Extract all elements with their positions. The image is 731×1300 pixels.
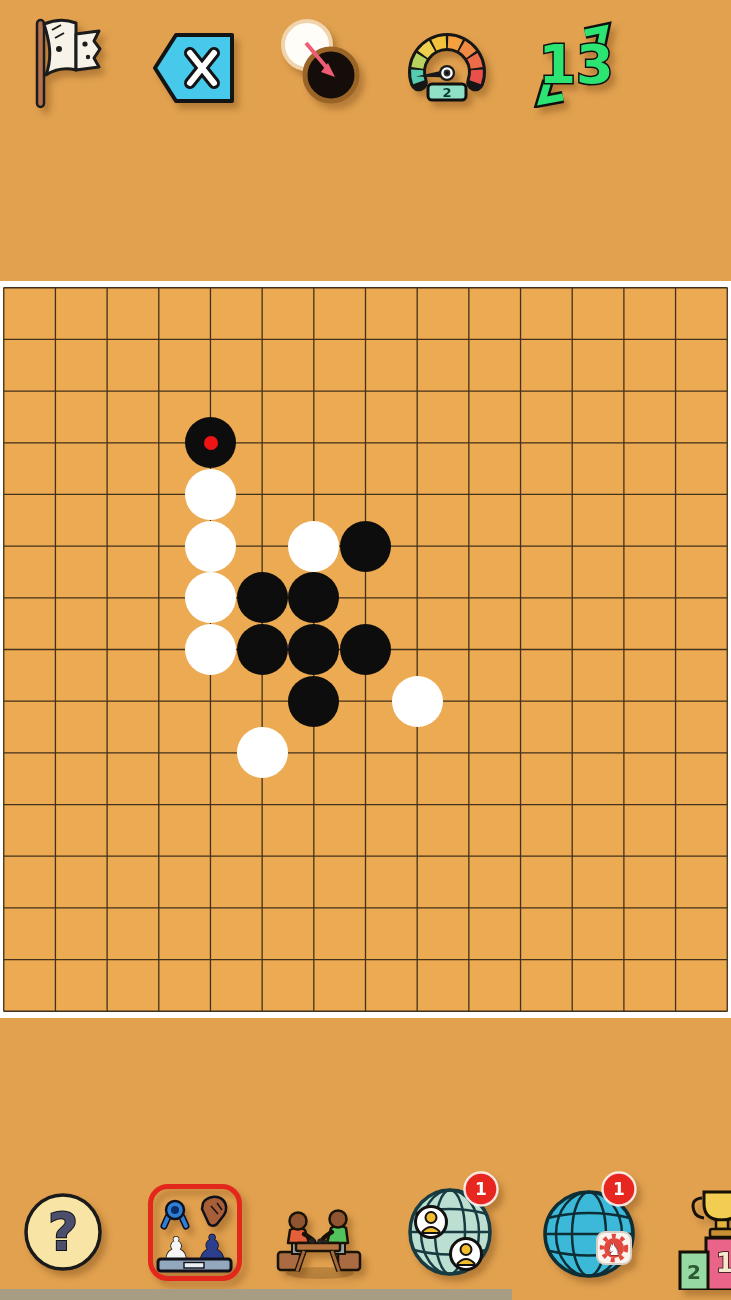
gomoku-app: 2 13 ? ♟ ♟ bbox=[0, 0, 731, 1300]
white-stone bbox=[237, 727, 288, 778]
switch-color-button[interactable] bbox=[278, 18, 366, 108]
knight-glyph: ♞ bbox=[607, 1240, 621, 1259]
black-stone bbox=[237, 572, 288, 623]
difficulty-button[interactable]: 2 bbox=[400, 20, 498, 112]
vs-computer-tab-selected[interactable]: ♟ ♟ bbox=[148, 1184, 242, 1281]
white-stone bbox=[185, 469, 236, 520]
two-people-table-icon bbox=[268, 1196, 368, 1282]
question-mark-icon: ? bbox=[20, 1189, 106, 1275]
podium-first-label: 1 bbox=[716, 1248, 731, 1278]
white-stone bbox=[392, 676, 443, 727]
resign-button[interactable] bbox=[22, 14, 118, 118]
black-stone bbox=[340, 624, 391, 675]
black-stone bbox=[185, 417, 236, 468]
black-stone bbox=[288, 624, 339, 675]
board-grid[interactable] bbox=[3, 287, 728, 1012]
white-stone bbox=[185, 624, 236, 675]
undo-button[interactable] bbox=[150, 30, 238, 112]
help-glyph: ? bbox=[48, 1202, 78, 1262]
board-frame bbox=[0, 281, 731, 1018]
help-button[interactable]: ? bbox=[20, 1189, 106, 1279]
board-size-value: 13 bbox=[538, 33, 613, 96]
white-stone bbox=[288, 521, 339, 572]
globe-people-icon: 1 bbox=[405, 1168, 505, 1280]
board-size-button[interactable]: 13 bbox=[528, 14, 622, 112]
online-multiplayer-tab[interactable]: 1 bbox=[405, 1168, 505, 1284]
system-bottom-bar bbox=[0, 1289, 512, 1300]
local-two-players-tab[interactable] bbox=[268, 1196, 368, 1286]
white-flag-icon bbox=[22, 14, 118, 114]
leaderboard-tab[interactable]: 1 2 bbox=[678, 1186, 731, 1294]
globe-knight-gear-icon: ♞ 1 bbox=[542, 1168, 642, 1280]
black-stone bbox=[237, 624, 288, 675]
last-move-marker bbox=[204, 436, 218, 450]
white-stone bbox=[185, 521, 236, 572]
resize-number-icon: 13 bbox=[528, 14, 622, 108]
black-stone bbox=[288, 676, 339, 727]
black-stone bbox=[340, 521, 391, 572]
hand-robot-chess-icon: ♟ ♟ bbox=[153, 1189, 237, 1276]
difficulty-value: 2 bbox=[442, 85, 451, 100]
podium-second-label: 2 bbox=[687, 1260, 701, 1284]
speedometer-icon: 2 bbox=[400, 20, 498, 108]
multiplayer-badge-count: 1 bbox=[475, 1179, 487, 1199]
white-to-black-stone-arrow-icon bbox=[278, 18, 366, 104]
rooms-badge-count: 1 bbox=[613, 1179, 625, 1199]
white-stone bbox=[185, 572, 236, 623]
online-rooms-tab[interactable]: ♞ 1 bbox=[542, 1168, 642, 1284]
trophy-podium-icon: 1 2 bbox=[678, 1186, 731, 1290]
backspace-x-icon bbox=[150, 30, 238, 108]
